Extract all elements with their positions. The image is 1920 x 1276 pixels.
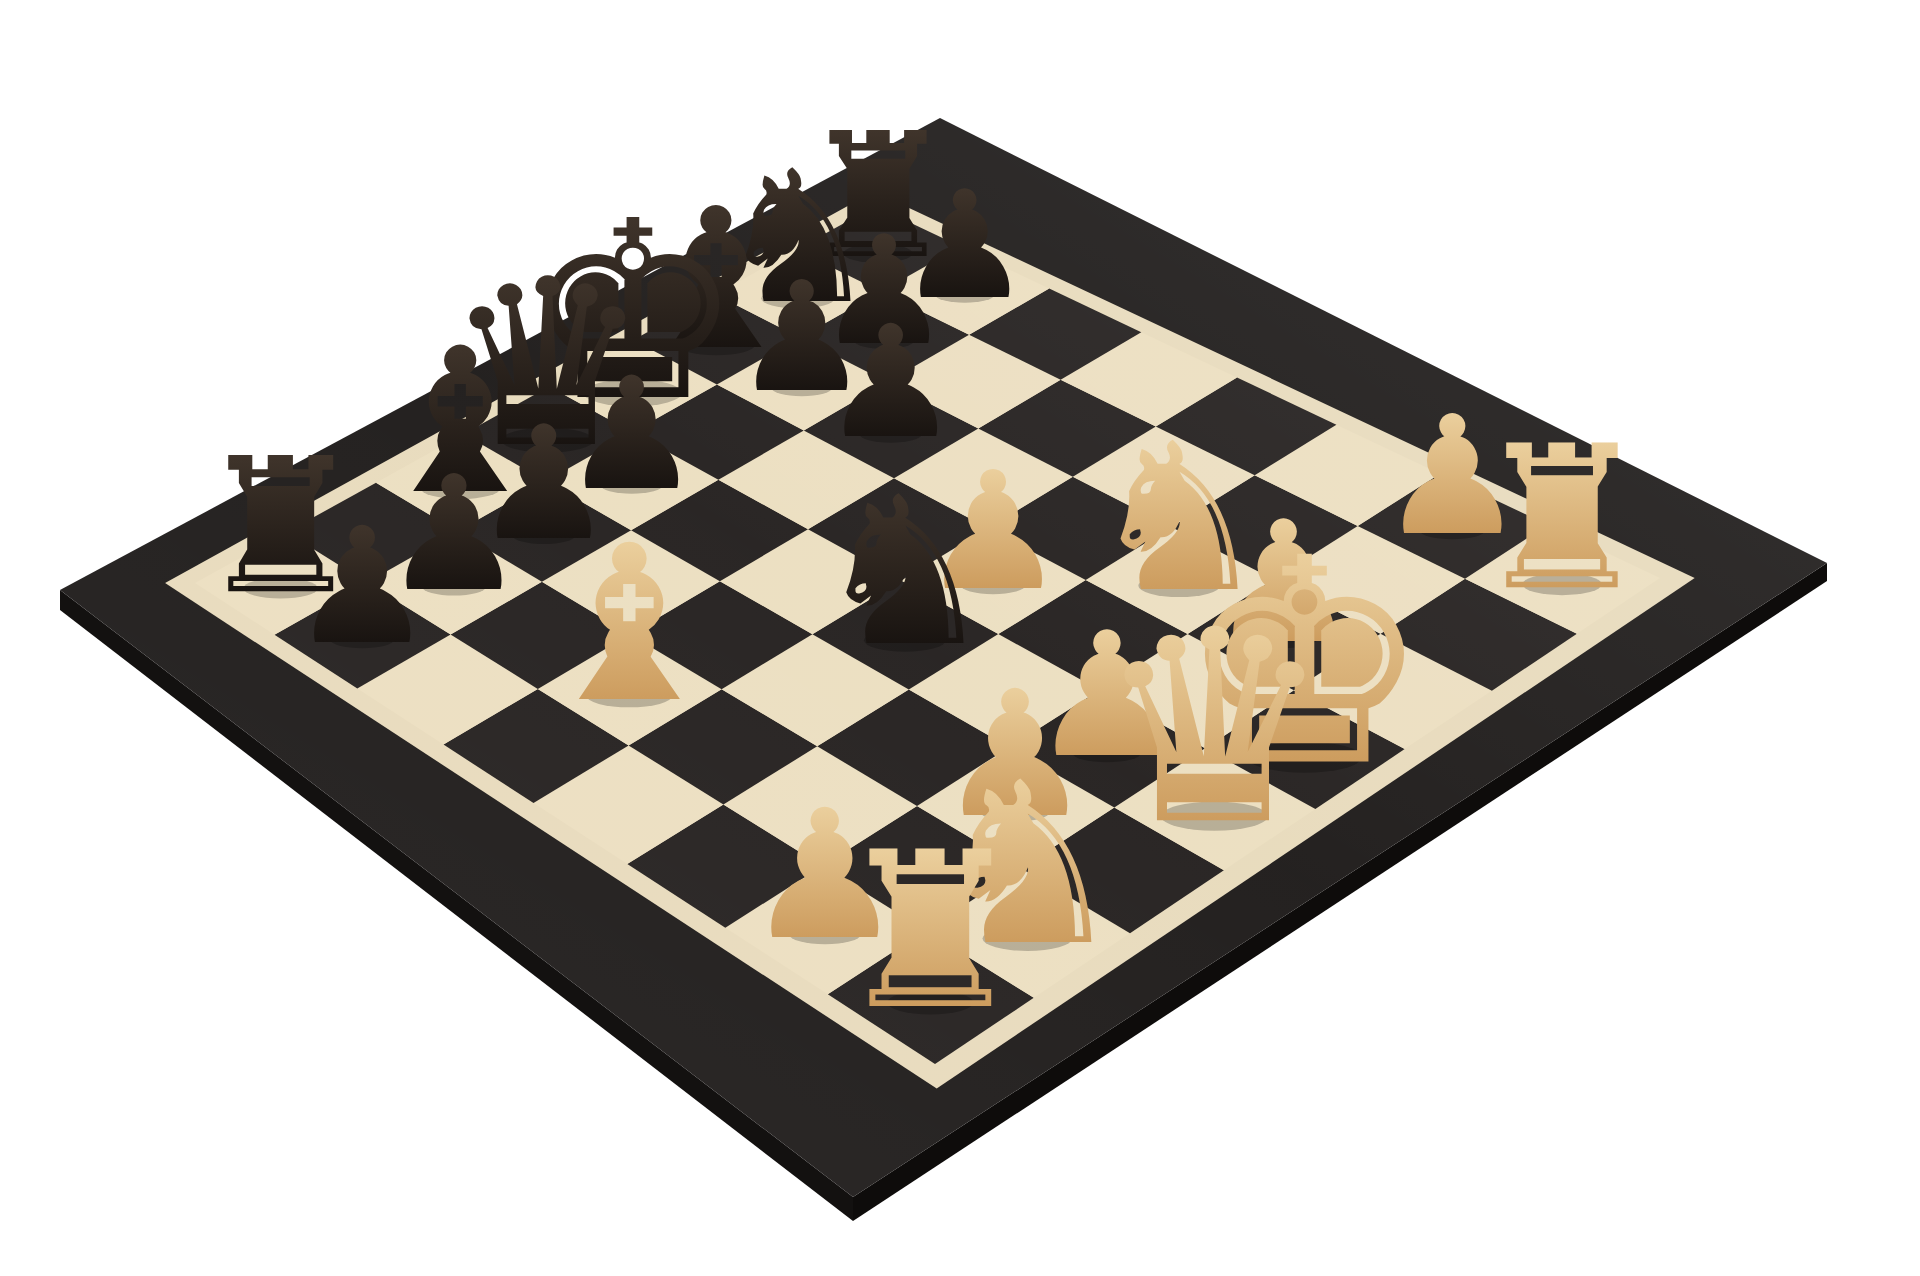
piece-white-bishop-b5[interactable]: ♝ — [533, 499, 726, 750]
product-photo-scene: ♜♟♞♟♝♟♚♟♛♟♝♟♟♜♞♟♟♜♟♞♟♝♟♚♟♛♟♞♜ — [0, 0, 1920, 1276]
piece-white-rook-h1[interactable]: ♜ — [1473, 403, 1651, 634]
piece-white-rook-a1[interactable]: ♜ — [833, 806, 1027, 1057]
chess-board: ♜♟♞♟♝♟♚♟♛♟♝♟♟♜♞♟♟♜♟♞♟♝♟♚♟♛♟♞♜ — [0, 0, 1920, 1276]
piece-black-pawn-a7[interactable]: ♟ — [290, 493, 434, 680]
piece-white-queen-d1[interactable]: ♛ — [1095, 573, 1334, 883]
